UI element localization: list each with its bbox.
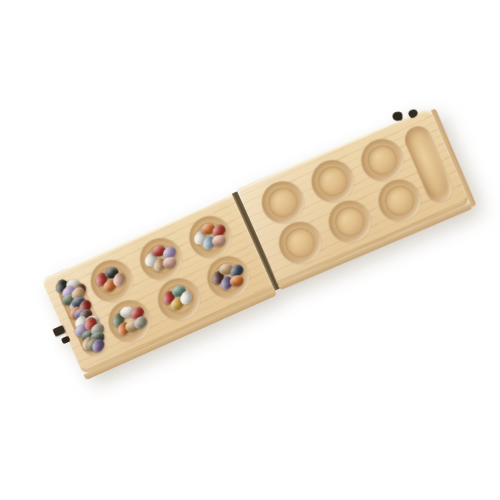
- board-half-right: [237, 108, 470, 285]
- clasp-hook-icon: [407, 108, 419, 120]
- latch-icon: [52, 325, 65, 337]
- latch-icon: [61, 336, 71, 345]
- product-photo-scene: [0, 0, 500, 500]
- mancala-board: [41, 107, 471, 374]
- board-half-left: [41, 195, 274, 375]
- clasp-hook-icon: [392, 112, 402, 121]
